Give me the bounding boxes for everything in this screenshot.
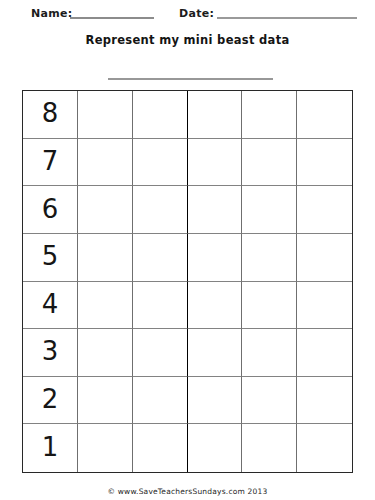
grid-cell-r8c3 — [188, 91, 243, 139]
worksheet-grid: 87654321 — [22, 90, 353, 473]
grid-cell-r5c3 — [188, 234, 243, 282]
grid-cell-r1c5 — [297, 424, 352, 472]
grid-cell-r2c5 — [297, 377, 352, 425]
grid-cell-r8c5 — [297, 91, 352, 139]
grid-cell-r2c1 — [78, 377, 133, 425]
chart-title-blank-line — [108, 78, 273, 80]
grid-cell-r4c5 — [297, 282, 352, 330]
name-blank-line — [70, 17, 154, 19]
grid-cell-r5c1 — [78, 234, 133, 282]
grid-cell-r4c1 — [78, 282, 133, 330]
row-label-8: 8 — [23, 91, 78, 139]
grid-cell-r6c1 — [78, 186, 133, 234]
grid-cell-r2c2 — [133, 377, 188, 425]
row-label-6: 6 — [23, 186, 78, 234]
row-label-5: 5 — [23, 234, 78, 282]
grid-cell-r7c5 — [297, 139, 352, 187]
name-label: Name: — [31, 7, 72, 20]
grid-cell-r3c3 — [188, 329, 243, 377]
row-label-1: 1 — [23, 424, 78, 472]
grid-cell-r7c1 — [78, 139, 133, 187]
grid-cell-r7c4 — [242, 139, 297, 187]
grid-cell-r5c5 — [297, 234, 352, 282]
grid-cell-r8c2 — [133, 91, 188, 139]
grid-cell-r7c2 — [133, 139, 188, 187]
grid-cell-r4c2 — [133, 282, 188, 330]
grid-cell-r7c3 — [188, 139, 243, 187]
worksheet-page: Name: Date: Represent my mini beast data… — [0, 0, 375, 500]
grid-cell-r4c4 — [242, 282, 297, 330]
grid-cell-r1c2 — [133, 424, 188, 472]
grid-cell-r6c5 — [297, 186, 352, 234]
grid-cell-r3c1 — [78, 329, 133, 377]
grid-cell-r5c4 — [242, 234, 297, 282]
grid-cell-r4c3 — [188, 282, 243, 330]
grid-cell-r3c2 — [133, 329, 188, 377]
grid-cell-r3c4 — [242, 329, 297, 377]
grid-cell-r5c2 — [133, 234, 188, 282]
grid-cell-r1c4 — [242, 424, 297, 472]
grid-cell-r6c3 — [188, 186, 243, 234]
grid-cell-r2c4 — [242, 377, 297, 425]
date-label: Date: — [179, 7, 214, 20]
copyright-footer: © www.SaveTeachersSundays.com 2013 — [0, 487, 375, 496]
grid-cell-r8c1 — [78, 91, 133, 139]
grid-cell-r2c3 — [188, 377, 243, 425]
grid-cell-r1c3 — [188, 424, 243, 472]
grid-cell-r6c2 — [133, 186, 188, 234]
grid-cell-r6c4 — [242, 186, 297, 234]
row-label-7: 7 — [23, 139, 78, 187]
grid-cell-r3c5 — [297, 329, 352, 377]
page-title: Represent my mini beast data — [0, 33, 375, 47]
date-blank-line — [217, 17, 357, 19]
grid-cell-r1c1 — [78, 424, 133, 472]
row-label-3: 3 — [23, 329, 78, 377]
grid-cell-r8c4 — [242, 91, 297, 139]
row-label-4: 4 — [23, 282, 78, 330]
row-label-2: 2 — [23, 377, 78, 425]
